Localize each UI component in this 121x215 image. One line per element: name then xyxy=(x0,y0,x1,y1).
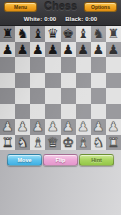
black-pawn: ♟ xyxy=(47,42,59,55)
black-pawn: ♟ xyxy=(108,42,120,55)
square-c6[interactable] xyxy=(30,57,45,73)
square-f5[interactable] xyxy=(76,73,91,89)
square-c4[interactable] xyxy=(30,88,45,104)
square-f2[interactable]: ♟ xyxy=(76,119,91,135)
white-pawn: ♟ xyxy=(47,120,59,133)
square-g2[interactable]: ♟ xyxy=(91,119,106,135)
black-rook: ♜ xyxy=(108,27,120,40)
black-bishop: ♝ xyxy=(77,27,89,40)
black-clock-time: 0:00 xyxy=(85,16,97,22)
square-d5[interactable] xyxy=(45,73,60,89)
square-g3[interactable] xyxy=(91,104,106,120)
white-pawn: ♟ xyxy=(92,120,104,133)
square-h6[interactable] xyxy=(106,57,121,73)
options-button[interactable]: Options xyxy=(84,2,117,12)
square-e1[interactable]: ♚ xyxy=(61,135,76,151)
black-rook: ♜ xyxy=(2,27,14,40)
square-h4[interactable] xyxy=(106,88,121,104)
black-pawn: ♟ xyxy=(32,42,44,55)
square-a6[interactable] xyxy=(0,57,15,73)
square-c3[interactable] xyxy=(30,104,45,120)
move-button[interactable]: Move xyxy=(7,154,42,166)
square-h8[interactable]: ♜ xyxy=(106,26,121,42)
square-g6[interactable] xyxy=(91,57,106,73)
black-pawn: ♟ xyxy=(62,42,74,55)
square-d7[interactable]: ♟ xyxy=(45,42,60,58)
white-pawn: ♟ xyxy=(17,120,29,133)
black-knight: ♞ xyxy=(17,27,29,40)
square-a3[interactable] xyxy=(0,104,15,120)
square-b7[interactable]: ♟ xyxy=(15,42,30,58)
square-e7[interactable]: ♟ xyxy=(61,42,76,58)
square-g1[interactable]: ♞ xyxy=(91,135,106,151)
white-clock-label: White: xyxy=(24,16,42,22)
white-pawn: ♟ xyxy=(32,120,44,133)
square-b6[interactable] xyxy=(15,57,30,73)
white-queen: ♛ xyxy=(47,135,59,148)
white-pawn: ♟ xyxy=(77,120,89,133)
black-pawn: ♟ xyxy=(2,42,14,55)
app-window: Chess Menu Options White: 0:00 Black: 0:… xyxy=(0,0,121,215)
square-a7[interactable]: ♟ xyxy=(0,42,15,58)
square-g4[interactable] xyxy=(91,88,106,104)
square-h7[interactable]: ♟ xyxy=(106,42,121,58)
square-a5[interactable] xyxy=(0,73,15,89)
square-d6[interactable] xyxy=(45,57,60,73)
flip-button[interactable]: Flip xyxy=(43,154,78,166)
header-bar: Chess Menu Options White: 0:00 Black: 0:… xyxy=(0,0,121,26)
white-clock: White: 0:00 xyxy=(24,16,56,22)
black-bishop: ♝ xyxy=(32,27,44,40)
square-e3[interactable] xyxy=(61,104,76,120)
square-f8[interactable]: ♝ xyxy=(76,26,91,42)
white-pawn: ♟ xyxy=(2,120,14,133)
square-b5[interactable] xyxy=(15,73,30,89)
square-e4[interactable] xyxy=(61,88,76,104)
square-e5[interactable] xyxy=(61,73,76,89)
white-knight: ♞ xyxy=(92,135,104,148)
square-a1[interactable]: ♜ xyxy=(0,135,15,151)
square-c7[interactable]: ♟ xyxy=(30,42,45,58)
menu-button[interactable]: Menu xyxy=(4,2,37,12)
square-f7[interactable]: ♟ xyxy=(76,42,91,58)
hint-button[interactable]: Hint xyxy=(79,154,114,166)
square-f4[interactable] xyxy=(76,88,91,104)
square-e6[interactable] xyxy=(61,57,76,73)
clock-row: White: 0:00 Black: 0:00 xyxy=(0,16,121,22)
chess-board: ♜♞♝♛♚♝♞♜♟♟♟♟♟♟♟♟♟♟♟♟♟♟♟♟♜♞♝♛♚♝♞♜ xyxy=(0,26,121,150)
black-king: ♚ xyxy=(62,27,74,40)
white-knight: ♞ xyxy=(17,135,29,148)
square-g8[interactable]: ♞ xyxy=(91,26,106,42)
black-pawn: ♟ xyxy=(77,42,89,55)
square-a4[interactable] xyxy=(0,88,15,104)
square-d2[interactable]: ♟ xyxy=(45,119,60,135)
square-d1[interactable]: ♛ xyxy=(45,135,60,151)
square-b3[interactable] xyxy=(15,104,30,120)
square-h1[interactable]: ♜ xyxy=(106,135,121,151)
square-a8[interactable]: ♜ xyxy=(0,26,15,42)
square-g7[interactable]: ♟ xyxy=(91,42,106,58)
square-d8[interactable]: ♛ xyxy=(45,26,60,42)
lower-panel: Move Flip Hint xyxy=(0,150,121,215)
square-e8[interactable]: ♚ xyxy=(61,26,76,42)
square-d4[interactable] xyxy=(45,88,60,104)
black-pawn: ♟ xyxy=(92,42,104,55)
white-clock-time: 0:00 xyxy=(44,16,56,22)
square-c8[interactable]: ♝ xyxy=(30,26,45,42)
black-pawn: ♟ xyxy=(17,42,29,55)
black-clock-label: Black: xyxy=(65,16,83,22)
square-b4[interactable] xyxy=(15,88,30,104)
black-queen: ♛ xyxy=(47,27,59,40)
square-f6[interactable] xyxy=(76,57,91,73)
white-bishop: ♝ xyxy=(32,135,44,148)
square-h3[interactable] xyxy=(106,104,121,120)
square-b8[interactable]: ♞ xyxy=(15,26,30,42)
white-rook: ♜ xyxy=(2,135,14,148)
square-c1[interactable]: ♝ xyxy=(30,135,45,151)
white-bishop: ♝ xyxy=(77,135,89,148)
white-pawn: ♟ xyxy=(62,120,74,133)
white-king: ♚ xyxy=(62,135,74,148)
square-h2[interactable]: ♟ xyxy=(106,119,121,135)
square-c2[interactable]: ♟ xyxy=(30,119,45,135)
white-rook: ♜ xyxy=(108,135,120,148)
square-e2[interactable]: ♟ xyxy=(61,119,76,135)
toolbar: Move Flip Hint xyxy=(7,154,114,166)
square-d3[interactable] xyxy=(45,104,60,120)
white-pawn: ♟ xyxy=(108,120,120,133)
black-knight: ♞ xyxy=(92,27,104,40)
square-h5[interactable] xyxy=(106,73,121,89)
square-a2[interactable]: ♟ xyxy=(0,119,15,135)
black-clock: Black: 0:00 xyxy=(65,16,97,22)
square-f3[interactable] xyxy=(76,104,91,120)
square-g5[interactable] xyxy=(91,73,106,89)
square-b2[interactable]: ♟ xyxy=(15,119,30,135)
square-b1[interactable]: ♞ xyxy=(15,135,30,151)
square-f1[interactable]: ♝ xyxy=(76,135,91,151)
square-c5[interactable] xyxy=(30,73,45,89)
